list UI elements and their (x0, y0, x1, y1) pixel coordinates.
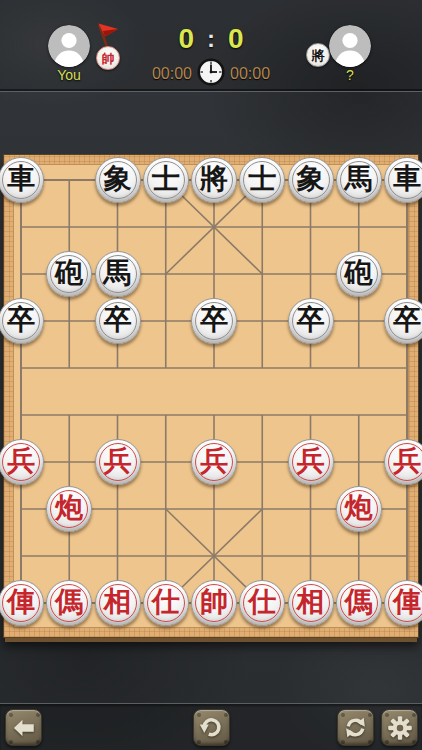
piece-black-elephant[interactable]: 象 (288, 157, 334, 203)
left-timer: 00:00 (152, 65, 192, 83)
xiangqi-board[interactable]: 車象士將士象馬車砲馬砲卒卒卒卒卒兵兵兵兵兵炮炮俥傌相仕帥仕相傌俥 (4, 155, 418, 637)
piece-character: 馬 (345, 165, 373, 193)
piece-black-soldier[interactable]: 卒 (191, 298, 237, 344)
piece-red-soldier[interactable]: 兵 (0, 439, 44, 485)
piece-character: 士 (152, 165, 180, 193)
piece-character: 炮 (55, 494, 83, 522)
app-screen: 帥 You 0 : 0 00:00 00:00 (0, 0, 422, 750)
piece-red-chariot[interactable]: 俥 (0, 580, 44, 626)
piece-black-horse[interactable]: 馬 (336, 157, 382, 203)
score-separator: : (207, 25, 215, 53)
piece-black-soldier[interactable]: 卒 (95, 298, 141, 344)
piece-black-soldier[interactable]: 卒 (384, 298, 422, 344)
piece-character: 炮 (345, 494, 373, 522)
flip-refresh-icon (343, 715, 368, 740)
piece-character: 車 (393, 165, 421, 193)
piece-character: 兵 (7, 447, 35, 475)
avatar-person-icon (329, 25, 371, 67)
piece-black-horse[interactable]: 馬 (95, 251, 141, 297)
piece-red-cannon[interactable]: 炮 (336, 486, 382, 532)
black-side-badge: 將 (306, 43, 330, 67)
piece-red-general[interactable]: 帥 (191, 580, 237, 626)
right-player-avatar[interactable] (329, 25, 371, 67)
back-button[interactable] (5, 709, 42, 746)
piece-character: 兵 (200, 447, 228, 475)
piece-black-soldier[interactable]: 卒 (0, 298, 44, 344)
piece-character: 象 (104, 165, 132, 193)
piece-character: 帥 (200, 588, 228, 616)
piece-red-elephant[interactable]: 相 (95, 580, 141, 626)
bottom-toolbar (0, 703, 422, 750)
settings-button[interactable] (381, 709, 418, 746)
piece-red-advisor[interactable]: 仕 (143, 580, 189, 626)
analog-clock-icon (197, 58, 225, 90)
piece-character: 砲 (55, 259, 83, 287)
piece-black-cannon[interactable]: 砲 (46, 251, 92, 297)
piece-black-general[interactable]: 將 (191, 157, 237, 203)
piece-red-chariot[interactable]: 俥 (384, 580, 422, 626)
piece-character: 兵 (297, 447, 325, 475)
piece-character: 兵 (104, 447, 132, 475)
piece-character: 卒 (200, 306, 228, 334)
piece-character: 馬 (104, 259, 132, 287)
piece-character: 俥 (7, 588, 35, 616)
piece-character: 車 (7, 165, 35, 193)
piece-character: 將 (200, 165, 228, 193)
piece-red-advisor[interactable]: 仕 (239, 580, 285, 626)
piece-black-chariot[interactable]: 車 (384, 157, 422, 203)
piece-red-soldier[interactable]: 兵 (288, 439, 334, 485)
piece-character: 卒 (393, 306, 421, 334)
undo-button[interactable] (193, 709, 230, 746)
piece-character: 傌 (55, 588, 83, 616)
piece-red-horse[interactable]: 傌 (46, 580, 92, 626)
piece-character: 砲 (345, 259, 373, 287)
right-timer: 00:00 (230, 65, 270, 83)
right-player-name: ? (310, 67, 390, 83)
piece-black-cannon[interactable]: 砲 (336, 251, 382, 297)
piece-black-soldier[interactable]: 卒 (288, 298, 334, 344)
piece-character: 卒 (297, 306, 325, 334)
piece-character: 仕 (152, 588, 180, 616)
piece-character: 象 (297, 165, 325, 193)
player-bar: 帥 You 0 : 0 00:00 00:00 (0, 0, 422, 92)
piece-character: 卒 (7, 306, 35, 334)
settings-gear-icon (387, 715, 413, 741)
undo-icon (199, 715, 224, 740)
piece-black-elephant[interactable]: 象 (95, 157, 141, 203)
piece-red-horse[interactable]: 傌 (336, 580, 382, 626)
piece-character: 傌 (345, 588, 373, 616)
piece-red-cannon[interactable]: 炮 (46, 486, 92, 532)
piece-character: 卒 (104, 306, 132, 334)
piece-character: 俥 (393, 588, 421, 616)
piece-black-advisor[interactable]: 士 (143, 157, 189, 203)
piece-layer: 車象士將士象馬車砲馬砲卒卒卒卒卒兵兵兵兵兵炮炮俥傌相仕帥仕相傌俥 (4, 155, 418, 637)
piece-red-soldier[interactable]: 兵 (384, 439, 422, 485)
piece-character: 相 (104, 588, 132, 616)
piece-red-soldier[interactable]: 兵 (191, 439, 237, 485)
piece-red-soldier[interactable]: 兵 (95, 439, 141, 485)
piece-black-chariot[interactable]: 車 (0, 157, 44, 203)
piece-character: 仕 (248, 588, 276, 616)
back-arrow-icon (12, 716, 36, 740)
piece-red-elephant[interactable]: 相 (288, 580, 334, 626)
piece-character: 相 (297, 588, 325, 616)
flip-board-button[interactable] (337, 709, 374, 746)
score-left: 0 (178, 23, 194, 55)
piece-character: 兵 (393, 447, 421, 475)
piece-character: 士 (248, 165, 276, 193)
piece-black-advisor[interactable]: 士 (239, 157, 285, 203)
score-right: 0 (228, 23, 244, 55)
